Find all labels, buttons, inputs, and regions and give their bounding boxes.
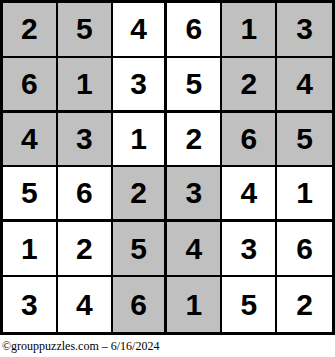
sudoku-cell-r3c4: 2: [167, 113, 222, 168]
sudoku-cell-r4c4: 3: [167, 167, 222, 222]
sudoku-cell-r6c2: 4: [58, 277, 113, 332]
sudoku-cell-r1c2: 5: [58, 3, 113, 58]
sudoku-cell-r1c4: 6: [167, 3, 222, 58]
sudoku-cell-r5c3: 5: [113, 222, 168, 277]
sudoku-cell-r2c4: 5: [167, 58, 222, 113]
puzzle-page: 254613613524431265562341125436346152 ©gr…: [0, 0, 335, 357]
sudoku-cell-r3c1: 4: [3, 113, 58, 168]
sudoku-cell-r3c3: 1: [113, 113, 168, 168]
sudoku-cell-r2c1: 6: [3, 58, 58, 113]
copyright-text: ©grouppuzzles.com – 6/16/2024: [2, 339, 159, 354]
sudoku-cell-r3c5: 6: [222, 113, 277, 168]
sudoku-cell-r6c5: 5: [222, 277, 277, 332]
sudoku-cell-r2c5: 2: [222, 58, 277, 113]
sudoku-cell-r5c2: 2: [58, 222, 113, 277]
sudoku-cell-r3c6: 5: [277, 113, 332, 168]
sudoku-cell-r6c4: 1: [167, 277, 222, 332]
sudoku-board: 254613613524431265562341125436346152: [0, 0, 335, 335]
sudoku-cell-r2c2: 1: [58, 58, 113, 113]
sudoku-cell-r6c3: 6: [113, 277, 168, 332]
sudoku-cell-r4c6: 1: [277, 167, 332, 222]
sudoku-cell-r1c3: 4: [113, 3, 168, 58]
sudoku-cell-r1c5: 1: [222, 3, 277, 58]
sudoku-cell-r5c4: 4: [167, 222, 222, 277]
sudoku-cell-r4c2: 6: [58, 167, 113, 222]
sudoku-cell-r5c5: 3: [222, 222, 277, 277]
sudoku-cell-r4c5: 4: [222, 167, 277, 222]
sudoku-cell-r5c6: 6: [277, 222, 332, 277]
sudoku-cell-r6c6: 2: [277, 277, 332, 332]
sudoku-cell-r2c3: 3: [113, 58, 168, 113]
sudoku-cell-r1c1: 2: [3, 3, 58, 58]
sudoku-cell-r4c3: 2: [113, 167, 168, 222]
sudoku-cell-r3c2: 3: [58, 113, 113, 168]
sudoku-cell-r2c6: 4: [277, 58, 332, 113]
sudoku-cell-r5c1: 1: [3, 222, 58, 277]
sudoku-cell-r4c1: 5: [3, 167, 58, 222]
sudoku-cell-r1c6: 3: [277, 3, 332, 58]
sudoku-cell-r6c1: 3: [3, 277, 58, 332]
